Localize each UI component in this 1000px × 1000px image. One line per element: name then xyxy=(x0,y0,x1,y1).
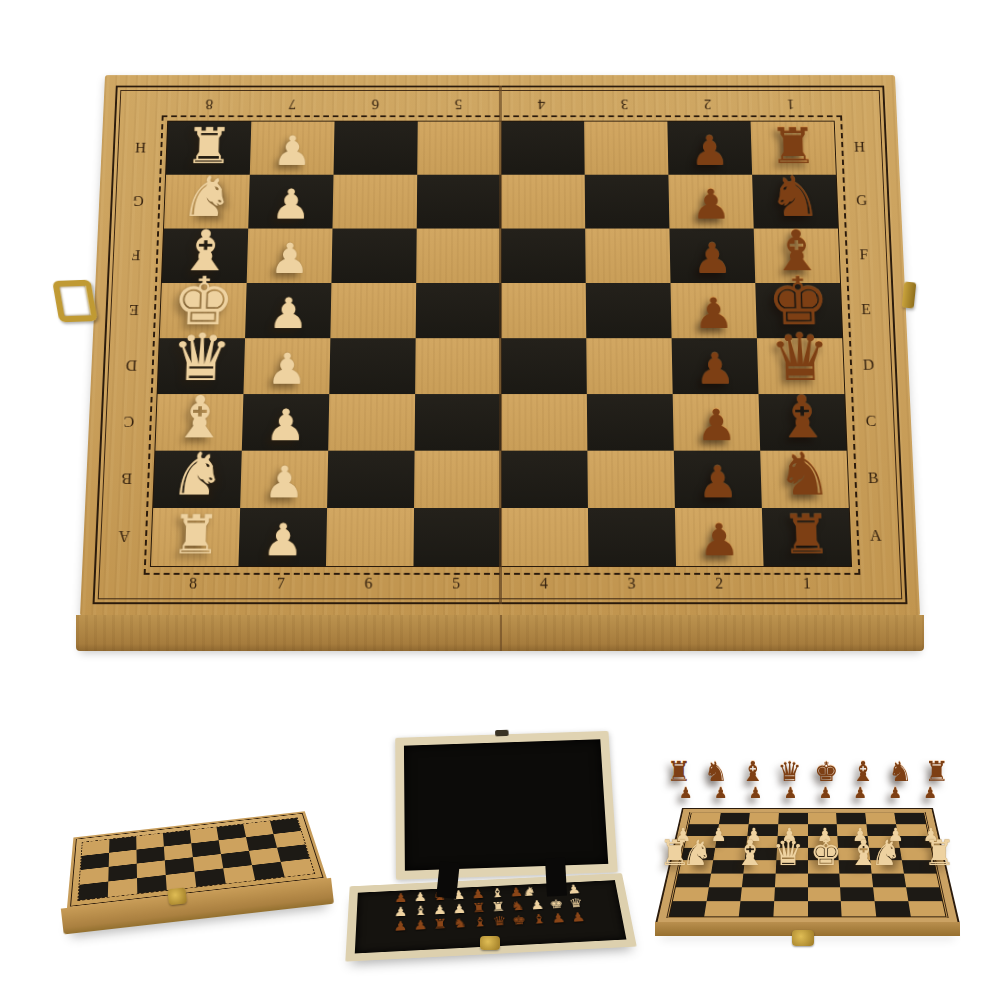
mini-square xyxy=(808,887,842,901)
angled-board-clasp xyxy=(792,930,814,946)
square-c3 xyxy=(587,394,674,451)
rank-label-5: 5 xyxy=(412,570,500,597)
piece-light-pawn: ♟ xyxy=(268,292,309,334)
mini-square xyxy=(773,901,807,916)
mini-square xyxy=(906,887,942,901)
square-g4 xyxy=(501,175,585,229)
piece-dark-pawn: ♟ xyxy=(471,888,485,901)
piece-dark-rook: ♜ xyxy=(781,508,833,562)
product-photo-page: { "game": "chess", "scene": "Product pho… xyxy=(0,0,1000,1000)
mini-square xyxy=(875,901,911,916)
piece-dark-rook: ♜ xyxy=(433,918,447,932)
piece-light-pawn: ♟ xyxy=(413,891,427,904)
rank-label-2: 2 xyxy=(666,92,750,117)
square-b3 xyxy=(587,451,675,508)
piece-light-queen: ♛ xyxy=(568,897,584,910)
mini-square xyxy=(673,887,709,901)
mini-square xyxy=(840,887,874,901)
file-label-c: C xyxy=(107,393,150,450)
file-label-e: E xyxy=(112,282,155,337)
square-f7: ♟ xyxy=(247,229,333,283)
mini-square xyxy=(774,887,808,901)
piece-light-knight: ♞ xyxy=(870,836,901,871)
piece-light-pawn: ♟ xyxy=(265,403,306,446)
square-b8: ♞ xyxy=(153,451,242,508)
mini-square xyxy=(739,901,774,916)
rank-label-8: 8 xyxy=(149,570,238,597)
square-g5 xyxy=(417,175,501,229)
square-d5 xyxy=(415,338,501,394)
fold-seam xyxy=(499,86,502,605)
mini-square xyxy=(719,813,750,824)
piece-dark-pawn: ♟ xyxy=(394,892,408,905)
file-label-g: G xyxy=(117,174,159,228)
square-f3 xyxy=(585,229,670,283)
mini-square xyxy=(909,901,946,916)
piece-light-pawn: ♟ xyxy=(269,238,310,280)
mini-square xyxy=(689,813,720,824)
piece-dark-bishop: ♝ xyxy=(472,916,487,929)
mini-square xyxy=(742,873,776,887)
piece-dark-pawn: ♟ xyxy=(819,786,832,801)
mini-square xyxy=(670,901,707,916)
rank-label-4: 4 xyxy=(500,570,588,597)
square-g6 xyxy=(332,175,417,229)
square-d2: ♟ xyxy=(672,338,759,394)
main-chessboard: HGFEDCBA HGFEDCBA 87654321 87654321 ♜♟♟♜… xyxy=(80,75,920,616)
mini-square xyxy=(904,873,939,887)
file-label-h: H xyxy=(838,121,880,174)
thumbnail-closed-box xyxy=(38,760,355,958)
piece-dark-bishop: ♝ xyxy=(531,913,546,926)
piece-light-knight: ♞ xyxy=(681,836,712,871)
piece-dark-pawn: ♟ xyxy=(697,460,739,504)
square-a6 xyxy=(326,508,414,566)
square-e6 xyxy=(330,283,416,338)
square-g7: ♟ xyxy=(248,175,333,229)
square-a1: ♜ xyxy=(762,508,851,566)
square-f2: ♟ xyxy=(669,229,755,283)
piece-dark-pawn: ♟ xyxy=(690,130,730,171)
piece-dark-queen: ♛ xyxy=(492,915,507,928)
mini-square xyxy=(836,813,866,824)
piece-light-rook: ♜ xyxy=(170,508,222,562)
piece-light-bishop: ♝ xyxy=(413,905,427,918)
rank-label-2: 2 xyxy=(675,570,763,597)
piece-dark-knight: ♞ xyxy=(767,169,822,225)
file-label-b: B xyxy=(851,450,895,507)
file-label-f: F xyxy=(843,228,886,282)
piece-light-king: ♚ xyxy=(549,898,564,911)
square-b6 xyxy=(327,451,415,508)
piece-dark-pawn: ♟ xyxy=(854,786,867,801)
piece-dark-pawn: ♟ xyxy=(714,786,727,801)
mini-square xyxy=(778,813,808,824)
square-c4 xyxy=(501,394,587,451)
file-label-e: E xyxy=(845,282,888,337)
angled-dark-pawn-row: ♟♟♟♟♟♟♟♟ xyxy=(679,786,937,801)
piece-dark-pawn: ♟ xyxy=(696,403,737,446)
square-b5 xyxy=(414,451,501,508)
thumbnail-angled-set: ♜♞♝♛♚♝♞♜ ♟♟♟♟♟♟♟♟ ♟♟♟♟♟♟♟♟ ♜♞♝♛♚♝♞♜ xyxy=(645,742,970,957)
piece-light-bishop: ♝ xyxy=(735,836,766,871)
rank-label-7: 7 xyxy=(251,92,335,117)
mini-square xyxy=(894,813,925,824)
piece-dark-pawn: ♟ xyxy=(413,919,427,933)
piece-dark-knight: ♞ xyxy=(453,917,468,931)
thumbnail-open-box: ♟♟♞♟♟♝♟♞♟♟♟♝♟♟♜♜♞♟♚♛♟♟♜♞♝♛♚♝♟♟ xyxy=(338,712,643,957)
rank-label-6: 6 xyxy=(324,570,412,597)
piece-light-knight: ♞ xyxy=(180,169,235,225)
piece-light-pawn: ♟ xyxy=(566,883,581,896)
piece-dark-king: ♚ xyxy=(512,914,527,927)
piece-light-bishop: ♝ xyxy=(490,887,505,900)
brass-hinge-right xyxy=(902,281,917,308)
piece-dark-bishop: ♝ xyxy=(741,758,765,785)
square-h6 xyxy=(334,122,418,175)
piece-dark-knight: ♞ xyxy=(888,758,912,785)
square-b2: ♟ xyxy=(674,451,762,508)
rank-label-3: 3 xyxy=(588,570,676,597)
file-label-g: G xyxy=(841,174,883,228)
angled-dark-back-row: ♜♞♝♛♚♝♞♜ xyxy=(667,758,949,785)
square-a7: ♟ xyxy=(238,508,327,566)
mini-square xyxy=(873,887,908,901)
piece-light-pawn: ♟ xyxy=(710,826,726,844)
piece-dark-rook: ♜ xyxy=(472,902,487,915)
mini-square xyxy=(841,901,876,916)
mini-square xyxy=(706,887,741,901)
piece-dark-pawn: ♟ xyxy=(889,786,902,801)
square-b4 xyxy=(501,451,588,508)
square-d4 xyxy=(501,338,587,394)
piece-dark-pawn: ♟ xyxy=(570,911,586,924)
mini-square xyxy=(808,813,838,824)
piece-dark-pawn: ♟ xyxy=(679,786,692,801)
piece-dark-pawn: ♟ xyxy=(694,347,735,390)
piece-light-queen: ♛ xyxy=(170,325,233,390)
square-h7: ♟ xyxy=(250,122,335,175)
piece-dark-queen: ♛ xyxy=(769,325,832,390)
rank-label-5: 5 xyxy=(417,92,500,117)
mini-square xyxy=(872,873,906,887)
mini-square xyxy=(78,881,108,900)
piece-dark-pawn: ♟ xyxy=(691,184,731,225)
rank-label-6: 6 xyxy=(334,92,417,117)
piece-dark-knight: ♞ xyxy=(704,758,728,785)
rank-label-7: 7 xyxy=(237,570,325,597)
square-h4 xyxy=(501,122,585,175)
square-c2: ♟ xyxy=(673,394,761,451)
rank-label-3: 3 xyxy=(583,92,666,117)
square-e7: ♟ xyxy=(245,283,331,338)
mini-square xyxy=(748,813,778,824)
mini-square xyxy=(137,875,167,894)
mini-square xyxy=(740,887,774,901)
square-a4 xyxy=(501,508,589,566)
brass-hinge-left xyxy=(52,280,98,323)
piece-light-rook: ♜ xyxy=(924,836,955,871)
piece-dark-pawn: ♟ xyxy=(698,518,740,563)
rank-label-1: 1 xyxy=(763,570,852,597)
square-a8: ♜ xyxy=(151,508,240,566)
piece-light-knight: ♞ xyxy=(169,445,226,504)
square-d6 xyxy=(329,338,415,394)
felt-strap-right xyxy=(545,858,567,897)
file-label-f: F xyxy=(115,228,158,282)
open-box-lid-felt xyxy=(395,731,618,880)
piece-dark-queen: ♛ xyxy=(777,758,801,785)
mini-square xyxy=(840,873,874,887)
square-b7: ♟ xyxy=(240,451,328,508)
square-g2: ♟ xyxy=(668,175,753,229)
mini-square xyxy=(281,859,314,877)
square-d7: ♟ xyxy=(243,338,330,394)
piece-light-pawn: ♟ xyxy=(263,460,305,504)
file-label-b: B xyxy=(105,450,149,507)
square-e4 xyxy=(501,283,586,338)
piece-dark-pawn: ♟ xyxy=(749,786,762,801)
piece-light-pawn: ♟ xyxy=(266,347,307,390)
mini-square xyxy=(223,865,255,883)
square-h3 xyxy=(584,122,668,175)
file-label-h: H xyxy=(119,121,161,174)
file-label-a: A xyxy=(102,507,146,565)
piece-light-pawn: ♟ xyxy=(262,518,304,563)
file-label-a: A xyxy=(854,507,898,565)
rank-label-4: 4 xyxy=(500,92,583,117)
piece-light-knight: ♞ xyxy=(521,886,536,899)
piece-dark-pawn: ♟ xyxy=(551,912,567,925)
square-a5 xyxy=(413,508,501,566)
mini-square xyxy=(808,873,841,887)
open-box-clasp xyxy=(480,936,500,950)
mini-square xyxy=(808,901,842,916)
piece-dark-pawn: ♟ xyxy=(784,786,797,801)
square-h2: ♟ xyxy=(667,122,752,175)
mini-square xyxy=(865,813,896,824)
piece-dark-pawn: ♟ xyxy=(693,292,734,334)
lid-latch xyxy=(495,730,509,737)
square-e3 xyxy=(586,283,672,338)
felt-strap-left xyxy=(436,861,460,899)
piece-light-pawn: ♟ xyxy=(272,130,312,171)
square-a3 xyxy=(588,508,676,566)
file-label-c: C xyxy=(849,393,892,450)
piece-light-queen: ♛ xyxy=(772,836,803,871)
piece-dark-pawn: ♟ xyxy=(393,920,407,934)
square-b1: ♞ xyxy=(760,451,849,508)
square-c6 xyxy=(328,394,415,451)
square-g3 xyxy=(585,175,670,229)
piece-light-pawn: ♟ xyxy=(452,903,466,916)
piece-dark-king: ♚ xyxy=(814,758,838,785)
file-label-d: D xyxy=(110,337,153,393)
file-label-d: D xyxy=(847,337,890,393)
square-e5 xyxy=(416,283,501,338)
piece-light-pawn: ♟ xyxy=(271,184,311,225)
rank-label-8: 8 xyxy=(167,92,251,117)
piece-dark-rook: ♜ xyxy=(925,758,949,785)
piece-light-pawn: ♟ xyxy=(433,904,447,917)
square-a2: ♟ xyxy=(675,508,764,566)
square-c5 xyxy=(415,394,501,451)
mini-square xyxy=(709,873,743,887)
rank-label-1: 1 xyxy=(749,92,833,117)
square-h5 xyxy=(417,122,501,175)
piece-dark-bishop: ♝ xyxy=(774,388,830,446)
piece-light-bishop: ♝ xyxy=(171,388,227,446)
square-f4 xyxy=(501,229,586,283)
piece-dark-rook: ♜ xyxy=(667,758,691,785)
piece-dark-knight: ♞ xyxy=(776,445,833,504)
mini-square xyxy=(676,873,711,887)
square-f5 xyxy=(416,229,501,283)
piece-light-king: ♚ xyxy=(810,836,841,871)
piece-light-pawn: ♟ xyxy=(394,906,408,919)
piece-dark-pawn: ♟ xyxy=(923,786,936,801)
piece-dark-knight: ♞ xyxy=(510,900,525,913)
piece-dark-pawn: ♟ xyxy=(692,238,733,280)
mini-square xyxy=(775,873,808,887)
side-seam xyxy=(500,615,502,651)
mini-square xyxy=(108,878,137,897)
mini-square xyxy=(704,901,740,916)
board-side-edge xyxy=(76,615,924,651)
angled-light-back-row: ♜♞♝♛♚♝♞♜ xyxy=(659,836,955,871)
square-c7: ♟ xyxy=(242,394,329,451)
piece-light-pawn: ♟ xyxy=(530,899,545,912)
square-e2: ♟ xyxy=(671,283,757,338)
square-f6 xyxy=(331,229,416,283)
closed-box-clasp xyxy=(167,887,187,905)
square-d3 xyxy=(586,338,672,394)
piece-dark-bishop: ♝ xyxy=(851,758,875,785)
piece-light-rook: ♜ xyxy=(491,901,506,914)
mini-square xyxy=(194,868,225,886)
mini-square xyxy=(252,862,285,880)
